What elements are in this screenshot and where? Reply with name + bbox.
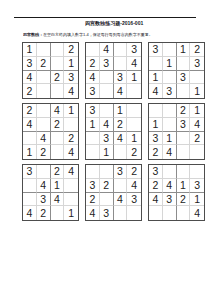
sudoku-cell-p8-r3c3: 4 <box>114 193 128 207</box>
sudoku-cell-p7-r1c3: 2 <box>51 165 65 179</box>
sudoku-cell-p8-r3c2 <box>100 193 114 207</box>
sudoku-cell-p5-r2c4 <box>127 118 141 132</box>
sudoku-cell-p8-r4c3 <box>114 206 128 220</box>
sudoku-cell-p6-r4c2: 4 <box>163 145 177 159</box>
sudoku-cell-p4-r4c1: 1 <box>23 145 37 159</box>
sudoku-cell-p4-r4c2: 2 <box>37 145 51 159</box>
sudoku-cell-p4-r4c3 <box>51 145 65 159</box>
sudoku-cell-p8-r2c3 <box>114 179 128 193</box>
sudoku-cell-p3-r3c2 <box>163 71 177 85</box>
sudoku-cell-p4-r4c4: 4 <box>64 145 78 159</box>
sudoku-cell-p2-r2c1: 2 <box>86 57 100 71</box>
sudoku-cell-p8-r4c4 <box>127 206 141 220</box>
sudoku-grid-3: 3121313431 <box>148 42 205 99</box>
sudoku-cell-p2-r1c1 <box>86 43 100 57</box>
sudoku-cell-p7-r1c1: 3 <box>23 165 37 179</box>
sudoku-cell-p5-r3c3: 4 <box>114 132 128 146</box>
sudoku-cell-p2-r4c2 <box>100 84 114 98</box>
sudoku-cell-p5-r1c4 <box>127 104 141 118</box>
sudoku-cell-p4-r3c2: 4 <box>37 132 51 146</box>
sudoku-cell-p2-r2c3 <box>114 57 128 71</box>
sudoku-cell-p3-r3c1: 1 <box>149 71 163 85</box>
sudoku-cell-p3-r1c4: 2 <box>190 43 204 57</box>
sudoku-cell-p3-r3c3: 3 <box>177 71 191 85</box>
sudoku-cell-p3-r2c3 <box>177 57 191 71</box>
sudoku-cell-p9-r2c2: 4 <box>163 179 177 193</box>
sudoku-cell-p6-r1c2 <box>163 104 177 118</box>
sudoku-cell-p8-r3c4: 3 <box>127 193 141 207</box>
sudoku-cell-p3-r4c4: 1 <box>190 84 204 98</box>
sudoku-grid-7: 3244134421 <box>22 164 79 221</box>
sudoku-cell-p4-r3c4: 2 <box>64 132 78 146</box>
sudoku-cell-p1-r2c1: 3 <box>23 57 37 71</box>
sudoku-cell-p5-r2c2: 4 <box>100 118 114 132</box>
sudoku-cell-p5-r2c3: 2 <box>114 118 128 132</box>
sudoku-cell-p9-r1c3 <box>177 165 191 179</box>
sudoku-cell-p5-r4c2: 1 <box>100 145 114 159</box>
sudoku-cell-p6-r2c3: 3 <box>177 118 191 132</box>
sudoku-cell-p1-r4c4: 4 <box>64 84 78 98</box>
sudoku-cell-p9-r4c2 <box>163 206 177 220</box>
sudoku-cell-p2-r3c3: 3 <box>114 71 128 85</box>
instruction-body: 在空白方格内填入数字1-4，保证每行每列每宫内数字不重复。 <box>43 32 153 36</box>
sudoku-cell-p2-r1c2: 4 <box>100 43 114 57</box>
sudoku-cell-p3-r2c4: 3 <box>190 57 204 71</box>
sudoku-cell-p9-r4c1 <box>149 206 163 220</box>
sudoku-cell-p8-r1c4: 2 <box>127 165 141 179</box>
sudoku-cell-p5-r4c1 <box>86 145 100 159</box>
sudoku-cell-p9-r2c1: 2 <box>149 179 163 193</box>
sudoku-cell-p9-r3c3: 2 <box>177 193 191 207</box>
sudoku-cell-p4-r3c1 <box>23 132 37 146</box>
sudoku-cell-p1-r3c1: 4 <box>23 71 37 85</box>
sudoku-cell-p8-r1c2 <box>100 165 114 179</box>
sudoku-cell-p8-r1c1 <box>86 165 100 179</box>
sudoku-cell-p9-r4c4: 4 <box>190 206 204 220</box>
sudoku-cell-p6-r1c1 <box>149 104 163 118</box>
sudoku-cell-p4-r1c3: 4 <box>51 104 65 118</box>
sudoku-cell-p7-r1c4: 4 <box>64 165 78 179</box>
sudoku-cell-p6-r2c2 <box>163 118 177 132</box>
sudoku-cell-p3-r2c1 <box>149 57 163 71</box>
sudoku-cell-p5-r2c1: 1 <box>86 118 100 132</box>
sudoku-cell-p8-r4c1: 4 <box>86 206 100 220</box>
sudoku-cell-p6-r2c4: 4 <box>190 118 204 132</box>
sudoku-cell-p4-r1c1: 2 <box>23 104 37 118</box>
puzzle-grid-area: 1232142324 4323443134 3121313431 2414242… <box>22 42 205 221</box>
sudoku-cell-p5-r1c3: 1 <box>114 104 128 118</box>
sudoku-cell-p3-r4c3 <box>177 84 191 98</box>
sudoku-cell-p7-r3c4 <box>64 193 78 207</box>
sudoku-cell-p2-r4c3: 4 <box>114 84 128 98</box>
sudoku-cell-p5-r4c3 <box>114 145 128 159</box>
sudoku-cell-p7-r2c3: 1 <box>51 179 65 193</box>
sudoku-cell-p2-r2c4: 4 <box>127 57 141 71</box>
sudoku-cell-p8-r2c4: 4 <box>127 179 141 193</box>
sudoku-cell-p3-r4c1: 4 <box>149 84 163 98</box>
sudoku-cell-p2-r1c3 <box>114 43 128 57</box>
sudoku-cell-p5-r3c4: 1 <box>127 132 141 146</box>
sudoku-grid-2: 4323443134 <box>85 42 142 99</box>
sudoku-cell-p9-r4c3 <box>177 206 191 220</box>
sudoku-cell-p1-r3c2 <box>37 71 51 85</box>
sudoku-cell-p2-r4c1: 3 <box>86 84 100 98</box>
sudoku-cell-p4-r2c2 <box>37 118 51 132</box>
sudoku-cell-p7-r3c1 <box>23 193 37 207</box>
sudoku-cell-p3-r4c2: 3 <box>163 84 177 98</box>
sudoku-cell-p1-r2c2: 2 <box>37 57 51 71</box>
sudoku-cell-p6-r3c1: 3 <box>149 132 163 146</box>
sudoku-cell-p6-r1c3: 2 <box>177 104 191 118</box>
sudoku-cell-p1-r4c1: 2 <box>23 84 37 98</box>
sudoku-cell-p6-r1c4: 1 <box>190 104 204 118</box>
sudoku-cell-p1-r4c2 <box>37 84 51 98</box>
sudoku-cell-p6-r3c4: 2 <box>190 132 204 146</box>
instruction-label: 四宫数独： <box>23 32 43 36</box>
sudoku-cell-p7-r4c2: 2 <box>37 206 51 220</box>
sudoku-cell-p1-r1c3 <box>51 43 65 57</box>
sudoku-cell-p9-r3c2: 3 <box>163 193 177 207</box>
sudoku-cell-p3-r1c1: 3 <box>149 43 163 57</box>
sudoku-cell-p7-r3c2: 3 <box>37 193 51 207</box>
sudoku-cell-p1-r3c4: 3 <box>64 71 78 85</box>
sudoku-cell-p5-r3c2: 3 <box>100 132 114 146</box>
sudoku-cell-p5-r4c4: 2 <box>127 145 141 159</box>
sudoku-cell-p1-r3c3: 2 <box>51 71 65 85</box>
sudoku-cell-p5-r1c1: 3 <box>86 104 100 118</box>
sudoku-grid-4: 2414242124 <box>22 103 79 160</box>
sudoku-grid-5: 3114234112 <box>85 103 142 160</box>
sudoku-cell-p5-r3c1 <box>86 132 100 146</box>
sudoku-cell-p9-r3c4: 1 <box>190 193 204 207</box>
sudoku-cell-p2-r4c4 <box>127 84 141 98</box>
sudoku-cell-p8-r3c1: 2 <box>86 193 100 207</box>
sudoku-cell-p1-r1c1: 1 <box>23 43 37 57</box>
sudoku-cell-p4-r2c4 <box>64 118 78 132</box>
sudoku-cell-p3-r1c3: 1 <box>177 43 191 57</box>
header-divider-rule <box>14 17 196 18</box>
sudoku-cell-p6-r2c1: 1 <box>149 118 163 132</box>
sudoku-cell-p2-r2c2: 3 <box>100 57 114 71</box>
sudoku-cell-p9-r1c1: 3 <box>149 165 163 179</box>
sudoku-cell-p6-r4c1: 2 <box>149 145 163 159</box>
sudoku-cell-p2-r3c1: 4 <box>86 71 100 85</box>
sudoku-cell-p1-r1c4: 2 <box>64 43 78 57</box>
sudoku-cell-p9-r1c2 <box>163 165 177 179</box>
sudoku-cell-p9-r1c4 <box>190 165 204 179</box>
sudoku-cell-p9-r2c4: 3 <box>190 179 204 193</box>
sudoku-cell-p7-r3c3: 4 <box>51 193 65 207</box>
sudoku-cell-p6-r4c4 <box>190 145 204 159</box>
sudoku-cell-p6-r3c2: 1 <box>163 132 177 146</box>
sudoku-cell-p3-r2c2: 1 <box>163 57 177 71</box>
page-title: 四宫数独练习题-2016-001 <box>85 20 152 27</box>
sudoku-cell-p1-r1c2 <box>37 43 51 57</box>
sudoku-grid-9: 3241343214 <box>148 164 205 221</box>
sudoku-cell-p4-r2c3: 2 <box>51 118 65 132</box>
sudoku-grid-8: 3232424343 <box>85 164 142 221</box>
sudoku-cell-p4-r1c4: 1 <box>64 104 78 118</box>
sudoku-cell-p7-r2c1 <box>23 179 37 193</box>
sudoku-cell-p1-r2c3 <box>51 57 65 71</box>
sudoku-cell-p6-r4c3 <box>177 145 191 159</box>
instruction-text: 四宫数独：在空白方格内填入数字1-4，保证每行每列每宫内数字不重复。 <box>23 32 183 38</box>
sudoku-cell-p4-r1c2 <box>37 104 51 118</box>
sudoku-cell-p7-r2c2: 4 <box>37 179 51 193</box>
sudoku-cell-p2-r3c4: 1 <box>127 71 141 85</box>
sudoku-cell-p9-r2c3: 1 <box>177 179 191 193</box>
sudoku-cell-p8-r4c2: 3 <box>100 206 114 220</box>
sudoku-cell-p2-r3c2 <box>100 71 114 85</box>
sudoku-cell-p6-r3c3 <box>177 132 191 146</box>
sudoku-cell-p7-r4c4: 1 <box>64 206 78 220</box>
sudoku-grid-1: 1232142324 <box>22 42 79 99</box>
sudoku-cell-p4-r3c3 <box>51 132 65 146</box>
sudoku-cell-p7-r4c1: 4 <box>23 206 37 220</box>
sudoku-cell-p3-r3c4 <box>190 71 204 85</box>
sudoku-grid-6: 2113431224 <box>148 103 205 160</box>
sudoku-cell-p9-r3c1: 4 <box>149 193 163 207</box>
sudoku-cell-p2-r1c4: 3 <box>127 43 141 57</box>
sudoku-cell-p4-r2c1: 4 <box>23 118 37 132</box>
sudoku-cell-p8-r2c2: 2 <box>100 179 114 193</box>
sudoku-cell-p5-r1c2 <box>100 104 114 118</box>
sudoku-cell-p3-r1c2 <box>163 43 177 57</box>
sudoku-cell-p7-r4c3 <box>51 206 65 220</box>
sudoku-cell-p8-r2c1: 3 <box>86 179 100 193</box>
sudoku-cell-p1-r2c4: 1 <box>64 57 78 71</box>
sudoku-cell-p1-r4c3 <box>51 84 65 98</box>
sudoku-cell-p7-r1c2 <box>37 165 51 179</box>
sudoku-cell-p8-r1c3: 3 <box>114 165 128 179</box>
sudoku-cell-p7-r2c4 <box>64 179 78 193</box>
